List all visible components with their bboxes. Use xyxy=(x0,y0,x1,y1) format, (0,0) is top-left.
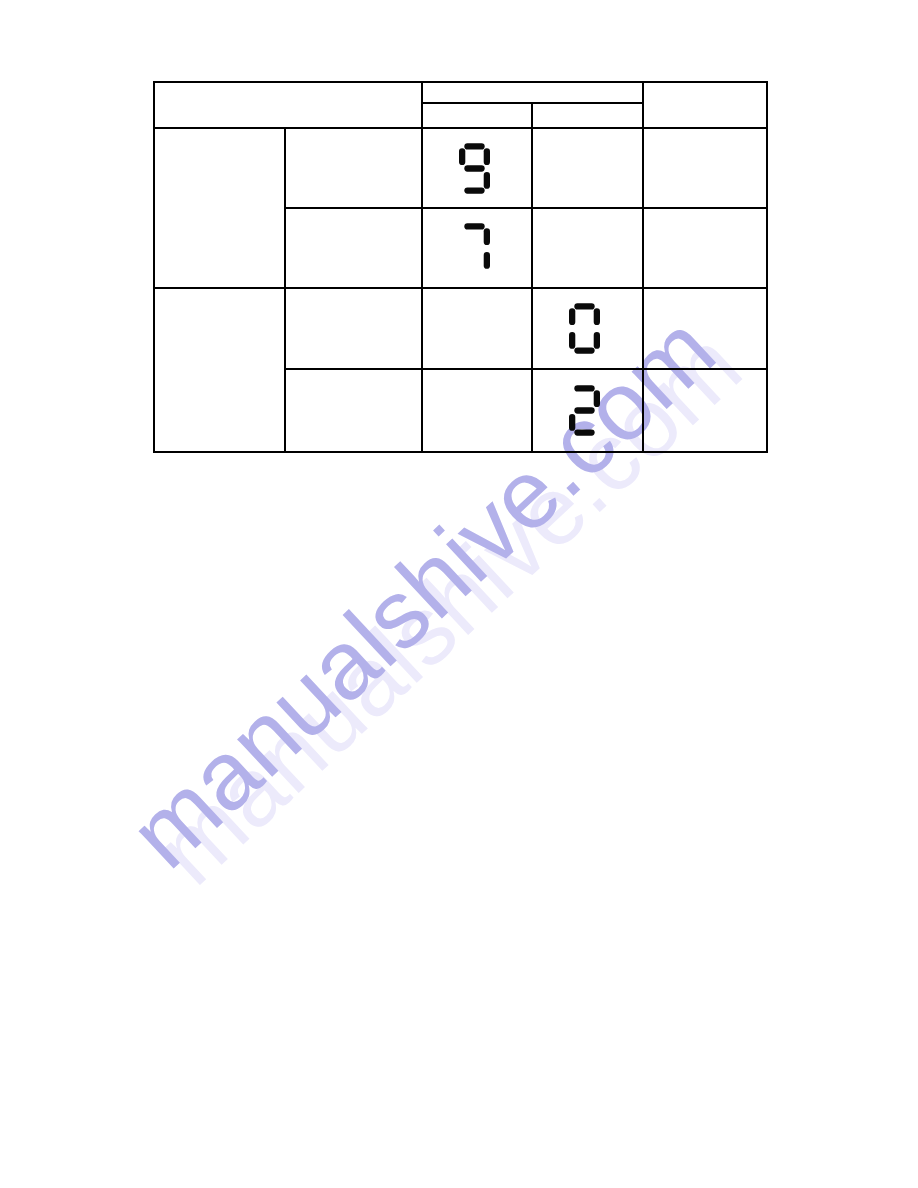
cell-group-a xyxy=(154,128,285,288)
cell-r4c4-digit xyxy=(532,369,643,452)
cell-r4c3 xyxy=(422,369,532,452)
cell-r1c4 xyxy=(532,128,643,208)
subheader-cell-1 xyxy=(422,103,532,128)
subheader-cell-2 xyxy=(532,103,643,128)
cell-group-b xyxy=(154,288,285,452)
cell-r1c5 xyxy=(643,128,767,208)
cell-r3c4-digit xyxy=(532,288,643,369)
cell-r3c5 xyxy=(643,288,767,369)
cell-r2c3-digit xyxy=(422,208,532,288)
table-row xyxy=(154,288,767,369)
manual-page: manualshive.com xyxy=(0,0,918,1188)
cell-r1c2 xyxy=(285,128,422,208)
cell-r2c2 xyxy=(285,208,422,288)
cell-r4c5 xyxy=(643,369,767,452)
cell-r1c3-digit xyxy=(422,128,532,208)
cell-r3c2 xyxy=(285,288,422,369)
cell-r2c5 xyxy=(643,208,767,288)
seven-segment-digit-0 xyxy=(569,303,600,354)
cell-r2c4 xyxy=(532,208,643,288)
cell-r3c3 xyxy=(422,288,532,369)
header-cell-display-span xyxy=(422,82,643,103)
seven-segment-digit-7 xyxy=(459,223,490,274)
seven-segment-digit-2 xyxy=(569,385,600,436)
header-cell-right xyxy=(643,82,767,128)
header-row-top xyxy=(154,82,767,103)
seven-segment-digit-9 xyxy=(459,143,490,194)
table-row xyxy=(154,128,767,208)
cell-r4c2 xyxy=(285,369,422,452)
header-cell-left xyxy=(154,82,422,128)
display-code-table xyxy=(153,81,768,453)
